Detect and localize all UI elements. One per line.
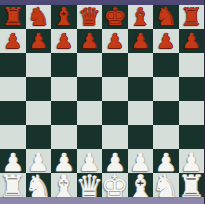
- chess-app-window: ♜♞♝♛♚♝♞♜♟♟♟♟♟♟♟♟♟♟♟♟♟♟♟♟♜♞♝♛♚♝♞♜: [0, 0, 204, 204]
- square-b3[interactable]: [26, 125, 52, 149]
- square-f7[interactable]: ♟: [128, 29, 154, 53]
- square-b6[interactable]: [26, 53, 52, 77]
- square-e4[interactable]: [102, 101, 128, 125]
- square-f8[interactable]: ♝: [128, 5, 154, 29]
- red-pawn-piece[interactable]: ♟: [156, 31, 175, 52]
- square-f3[interactable]: [128, 125, 154, 149]
- square-g6[interactable]: [153, 53, 179, 77]
- square-f6[interactable]: [128, 53, 154, 77]
- square-g7[interactable]: ♟: [153, 29, 179, 53]
- red-knight-piece[interactable]: ♞: [27, 4, 49, 29]
- square-g3[interactable]: [153, 125, 179, 149]
- square-h6[interactable]: [179, 53, 205, 77]
- square-b4[interactable]: [26, 101, 52, 125]
- square-h4[interactable]: [179, 101, 205, 125]
- chess-board: ♜♞♝♛♚♝♞♜♟♟♟♟♟♟♟♟♟♟♟♟♟♟♟♟♜♞♝♛♚♝♞♜: [0, 5, 204, 197]
- red-pawn-piece[interactable]: ♟: [80, 31, 99, 52]
- white-king-piece[interactable]: ♚: [101, 171, 129, 202]
- square-h8[interactable]: ♜: [179, 5, 205, 29]
- red-queen-piece[interactable]: ♛: [78, 4, 100, 29]
- square-g5[interactable]: [153, 77, 179, 101]
- white-bishop-piece[interactable]: ♝: [50, 171, 78, 202]
- square-e1[interactable]: ♚: [102, 173, 128, 197]
- red-rook-piece[interactable]: ♜: [2, 4, 24, 29]
- square-c3[interactable]: [51, 125, 77, 149]
- square-c8[interactable]: ♝: [51, 5, 77, 29]
- red-bishop-piece[interactable]: ♝: [53, 4, 75, 29]
- red-rook-piece[interactable]: ♜: [180, 4, 202, 29]
- square-f4[interactable]: [128, 101, 154, 125]
- red-king-piece[interactable]: ♚: [104, 4, 126, 29]
- square-b8[interactable]: ♞: [26, 5, 52, 29]
- square-g8[interactable]: ♞: [153, 5, 179, 29]
- square-f5[interactable]: [128, 77, 154, 101]
- square-c7[interactable]: ♟: [51, 29, 77, 53]
- square-e8[interactable]: ♚: [102, 5, 128, 29]
- white-knight-piece[interactable]: ♞: [152, 171, 180, 202]
- red-pawn-piece[interactable]: ♟: [182, 31, 201, 52]
- square-b1[interactable]: ♞: [26, 173, 52, 197]
- red-pawn-piece[interactable]: ♟: [105, 31, 124, 52]
- square-b7[interactable]: ♟: [26, 29, 52, 53]
- white-knight-piece[interactable]: ♞: [24, 171, 52, 202]
- white-queen-piece[interactable]: ♛: [75, 171, 103, 202]
- square-d1[interactable]: ♛: [77, 173, 103, 197]
- square-b5[interactable]: [26, 77, 52, 101]
- square-a7[interactable]: ♟: [0, 29, 26, 53]
- square-c4[interactable]: [51, 101, 77, 125]
- square-f1[interactable]: ♝: [128, 173, 154, 197]
- red-pawn-piece[interactable]: ♟: [131, 31, 150, 52]
- square-g4[interactable]: [153, 101, 179, 125]
- square-d3[interactable]: [77, 125, 103, 149]
- square-a4[interactable]: [0, 101, 26, 125]
- square-c6[interactable]: [51, 53, 77, 77]
- square-d5[interactable]: [77, 77, 103, 101]
- red-pawn-piece[interactable]: ♟: [54, 31, 73, 52]
- square-e5[interactable]: [102, 77, 128, 101]
- square-c5[interactable]: [51, 77, 77, 101]
- square-c1[interactable]: ♝: [51, 173, 77, 197]
- white-bishop-piece[interactable]: ♝: [126, 171, 154, 202]
- square-h5[interactable]: [179, 77, 205, 101]
- square-a6[interactable]: [0, 53, 26, 77]
- square-d8[interactable]: ♛: [77, 5, 103, 29]
- square-a8[interactable]: ♜: [0, 5, 26, 29]
- square-h3[interactable]: [179, 125, 205, 149]
- square-d4[interactable]: [77, 101, 103, 125]
- white-rook-piece[interactable]: ♜: [177, 171, 204, 202]
- square-a1[interactable]: ♜: [0, 173, 26, 197]
- red-knight-piece[interactable]: ♞: [155, 4, 177, 29]
- white-rook-piece[interactable]: ♜: [0, 171, 27, 202]
- square-g1[interactable]: ♞: [153, 173, 179, 197]
- red-bishop-piece[interactable]: ♝: [129, 4, 151, 29]
- square-e7[interactable]: ♟: [102, 29, 128, 53]
- square-e3[interactable]: [102, 125, 128, 149]
- red-pawn-piece[interactable]: ♟: [29, 31, 48, 52]
- square-a5[interactable]: [0, 77, 26, 101]
- square-h7[interactable]: ♟: [179, 29, 205, 53]
- square-d6[interactable]: [77, 53, 103, 77]
- square-e6[interactable]: [102, 53, 128, 77]
- square-h1[interactable]: ♜: [179, 173, 205, 197]
- red-pawn-piece[interactable]: ♟: [3, 31, 22, 52]
- square-a3[interactable]: [0, 125, 26, 149]
- square-d7[interactable]: ♟: [77, 29, 103, 53]
